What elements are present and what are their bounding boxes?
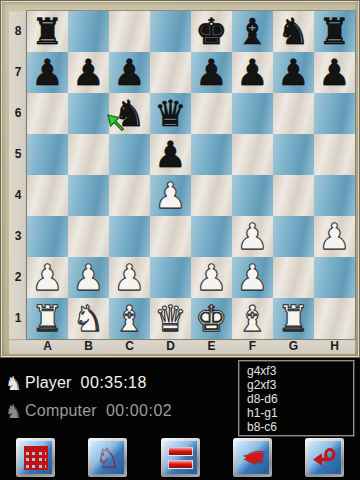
computer-clock-row: ♞ Computer 00:00:02 xyxy=(5,400,172,422)
piece-white-pawn[interactable]: ♟ xyxy=(109,257,150,298)
chess-board[interactable]: ♜♚♝♞♜♟♟♟♟♟♟♟♞♛♟♟♟♟♟♟♟♟♟♜♞♝♛♚♝♜ xyxy=(27,11,355,339)
piece-black-pawn[interactable]: ♟ xyxy=(232,52,273,93)
square-b8[interactable] xyxy=(68,11,109,52)
file-label-e: E xyxy=(191,339,232,354)
piece-white-rook[interactable]: ♜ xyxy=(273,298,314,339)
square-g6[interactable] xyxy=(273,93,314,134)
piece-white-pawn[interactable]: ♟ xyxy=(68,257,109,298)
takeback-button[interactable] xyxy=(305,438,344,477)
square-b1[interactable]: ♞ xyxy=(68,298,109,339)
piece-black-rook[interactable]: ♜ xyxy=(314,11,355,52)
square-h7[interactable]: ♟ xyxy=(314,52,355,93)
knight-outline-icon: ♘ xyxy=(96,443,120,473)
square-b5[interactable] xyxy=(68,134,109,175)
square-a1[interactable]: ♜ xyxy=(27,298,68,339)
player-time: 00:35:18 xyxy=(81,374,147,392)
chess-app-screen: 87654321 ABCDEFGH ♜♚♝♞♜♟♟♟♟♟♟♟♞♛♟♟♟♟♟♟♟♟… xyxy=(0,0,360,480)
rank-label-8: 8 xyxy=(9,11,27,52)
piece-black-pawn[interactable]: ♟ xyxy=(109,52,150,93)
file-label-a: A xyxy=(27,339,68,354)
rank-label-6: 6 xyxy=(9,93,27,134)
square-a4[interactable] xyxy=(27,175,68,216)
status-panel: ♞ Player 00:35:18 ♞ Computer 00:00:02 g4… xyxy=(0,358,360,480)
square-f4[interactable] xyxy=(232,175,273,216)
square-e2[interactable]: ♟ xyxy=(191,257,232,298)
piece-black-knight[interactable]: ♞ xyxy=(109,93,150,134)
move-list: g4xf3g2xf3d8-d6h1-g1b8-c6 xyxy=(238,360,355,437)
square-h6[interactable] xyxy=(314,93,355,134)
toolbar: ♘ ♞ xyxy=(0,438,360,480)
square-g7[interactable]: ♟ xyxy=(273,52,314,93)
square-e4[interactable] xyxy=(191,175,232,216)
square-a8[interactable]: ♜ xyxy=(27,11,68,52)
rank-labels: 87654321 xyxy=(9,11,27,354)
rank-label-7: 7 xyxy=(9,52,27,93)
square-c2[interactable]: ♟ xyxy=(109,257,150,298)
piece-white-pawn[interactable]: ♟ xyxy=(150,175,191,216)
square-d8[interactable] xyxy=(150,11,191,52)
piece-black-bishop[interactable]: ♝ xyxy=(232,11,273,52)
fallen-knight-icon: ♞ xyxy=(239,443,268,469)
square-e1[interactable]: ♚ xyxy=(191,298,232,339)
square-f3[interactable]: ♟ xyxy=(232,216,273,257)
square-e8[interactable]: ♚ xyxy=(191,11,232,52)
move-entry: h1-g1 xyxy=(247,406,353,420)
file-label-f: F xyxy=(232,339,273,354)
square-g2[interactable] xyxy=(273,257,314,298)
square-a6[interactable] xyxy=(27,93,68,134)
square-a7[interactable]: ♟ xyxy=(27,52,68,93)
square-h5[interactable] xyxy=(314,134,355,175)
square-d2[interactable] xyxy=(150,257,191,298)
square-e3[interactable] xyxy=(191,216,232,257)
rank-label-5: 5 xyxy=(9,134,27,175)
square-c1[interactable]: ♝ xyxy=(109,298,150,339)
square-h3[interactable]: ♟ xyxy=(314,216,355,257)
square-g5[interactable] xyxy=(273,134,314,175)
piece-white-pawn[interactable]: ♟ xyxy=(314,216,355,257)
square-a3[interactable] xyxy=(27,216,68,257)
square-h2[interactable] xyxy=(314,257,355,298)
move-entry: b8-c6 xyxy=(247,420,353,434)
square-b4[interactable] xyxy=(68,175,109,216)
piece-white-pawn[interactable]: ♟ xyxy=(27,257,68,298)
levels-button[interactable] xyxy=(161,438,200,477)
pieces-button[interactable]: ♘ xyxy=(88,438,127,477)
square-b7[interactable]: ♟ xyxy=(68,52,109,93)
square-d4[interactable]: ♟ xyxy=(150,175,191,216)
label-corner xyxy=(9,339,27,354)
move-entry: d8-d6 xyxy=(247,392,353,406)
piece-white-pawn[interactable]: ♟ xyxy=(232,216,273,257)
file-label-d: D xyxy=(150,339,191,354)
piece-white-king[interactable]: ♚ xyxy=(191,298,232,339)
square-g3[interactable] xyxy=(273,216,314,257)
square-a5[interactable] xyxy=(27,134,68,175)
square-g8[interactable]: ♞ xyxy=(273,11,314,52)
piece-white-pawn[interactable]: ♟ xyxy=(191,257,232,298)
square-b3[interactable] xyxy=(68,216,109,257)
square-c3[interactable] xyxy=(109,216,150,257)
resign-button[interactable]: ♞ xyxy=(233,438,272,477)
file-label-h: H xyxy=(314,339,355,354)
square-f8[interactable]: ♝ xyxy=(232,11,273,52)
piece-black-pawn[interactable]: ♟ xyxy=(191,52,232,93)
square-f2[interactable]: ♟ xyxy=(232,257,273,298)
square-c4[interactable] xyxy=(109,175,150,216)
rank-label-1: 1 xyxy=(9,298,27,339)
chess-board-frame: 87654321 ABCDEFGH ♜♚♝♞♜♟♟♟♟♟♟♟♞♛♟♟♟♟♟♟♟♟… xyxy=(0,0,360,358)
square-h4[interactable] xyxy=(314,175,355,216)
square-e5[interactable] xyxy=(191,134,232,175)
player-clock-row: ♞ Player 00:35:18 xyxy=(5,372,147,394)
square-e6[interactable] xyxy=(191,93,232,134)
square-c6[interactable]: ♞ xyxy=(109,93,150,134)
square-d6[interactable]: ♛ xyxy=(150,93,191,134)
piece-black-pawn[interactable]: ♟ xyxy=(314,52,355,93)
piece-white-knight[interactable]: ♞ xyxy=(68,298,109,339)
square-c7[interactable]: ♟ xyxy=(109,52,150,93)
square-h8[interactable]: ♜ xyxy=(314,11,355,52)
square-c5[interactable] xyxy=(109,134,150,175)
white-knight-icon: ♞ xyxy=(5,372,22,394)
square-f1[interactable]: ♝ xyxy=(232,298,273,339)
piece-black-knight[interactable]: ♞ xyxy=(273,11,314,52)
computer-time: 00:00:02 xyxy=(106,402,172,420)
square-f6[interactable] xyxy=(232,93,273,134)
gray-knight-icon: ♞ xyxy=(5,400,22,422)
piece-white-queen[interactable]: ♛ xyxy=(150,298,191,339)
square-a2[interactable]: ♟ xyxy=(27,257,68,298)
square-b2[interactable]: ♟ xyxy=(68,257,109,298)
piece-white-rook[interactable]: ♜ xyxy=(27,298,68,339)
square-e7[interactable]: ♟ xyxy=(191,52,232,93)
square-d7[interactable] xyxy=(150,52,191,93)
file-label-c: C xyxy=(109,339,150,354)
rank-label-4: 4 xyxy=(9,175,27,216)
piece-black-rook[interactable]: ♜ xyxy=(27,11,68,52)
grid-board-icon xyxy=(24,446,48,470)
square-f5[interactable] xyxy=(232,134,273,175)
square-d1[interactable]: ♛ xyxy=(150,298,191,339)
rank-label-2: 2 xyxy=(9,257,27,298)
undo-arrow-icon xyxy=(311,445,338,471)
piece-white-bishop[interactable]: ♝ xyxy=(232,298,273,339)
piece-black-king[interactable]: ♚ xyxy=(191,11,232,52)
double-bars-icon xyxy=(168,447,193,469)
piece-black-queen[interactable]: ♛ xyxy=(150,93,191,134)
file-label-g: G xyxy=(273,339,314,354)
rank-label-3: 3 xyxy=(9,216,27,257)
square-f7[interactable]: ♟ xyxy=(232,52,273,93)
square-h1[interactable] xyxy=(314,298,355,339)
piece-black-pawn[interactable]: ♟ xyxy=(273,52,314,93)
player-label: Player xyxy=(25,374,72,392)
piece-black-pawn[interactable]: ♟ xyxy=(68,52,109,93)
square-b6[interactable] xyxy=(68,93,109,134)
move-entry: g2xf3 xyxy=(247,378,353,392)
board-button[interactable] xyxy=(16,438,55,477)
piece-black-pawn[interactable]: ♟ xyxy=(150,134,191,175)
square-g4[interactable] xyxy=(273,175,314,216)
square-g1[interactable]: ♜ xyxy=(273,298,314,339)
file-label-b: B xyxy=(68,339,109,354)
square-c8[interactable] xyxy=(109,11,150,52)
move-entry: g4xf3 xyxy=(247,364,353,378)
square-d3[interactable] xyxy=(150,216,191,257)
piece-black-pawn[interactable]: ♟ xyxy=(27,52,68,93)
computer-label: Computer xyxy=(25,402,97,420)
square-d5[interactable]: ♟ xyxy=(150,134,191,175)
piece-white-bishop[interactable]: ♝ xyxy=(109,298,150,339)
piece-white-pawn[interactable]: ♟ xyxy=(232,257,273,298)
file-labels: ABCDEFGH xyxy=(9,339,355,354)
